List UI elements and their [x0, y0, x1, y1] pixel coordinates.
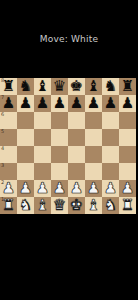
square-f2[interactable]: ♟ — [85, 180, 102, 197]
piece-black-pawn: ♟ — [19, 95, 32, 112]
square-d7[interactable]: ♟ — [51, 95, 68, 112]
square-g7[interactable]: ♟ — [102, 95, 119, 112]
square-h3[interactable] — [119, 163, 136, 180]
square-g6[interactable] — [102, 112, 119, 129]
piece-black-bishop: ♝ — [87, 78, 100, 95]
square-c1[interactable]: ♝ — [34, 197, 51, 214]
square-c2[interactable]: ♟ — [34, 180, 51, 197]
square-e4[interactable] — [68, 146, 85, 163]
square-f8[interactable]: ♝ — [85, 78, 102, 95]
square-b4[interactable] — [17, 146, 34, 163]
piece-black-king: ♚ — [70, 78, 83, 95]
piece-white-king: ♚ — [70, 197, 83, 214]
square-a1[interactable]: 1♜ — [0, 197, 17, 214]
square-d1[interactable]: ♛ — [51, 197, 68, 214]
piece-black-queen: ♛ — [53, 78, 66, 95]
square-a4[interactable]: 4 — [0, 146, 17, 163]
square-d5[interactable] — [51, 129, 68, 146]
square-a3[interactable]: 3 — [0, 163, 17, 180]
piece-black-pawn: ♟ — [53, 95, 66, 112]
piece-black-rook: ♜ — [2, 78, 15, 95]
square-a2[interactable]: 2♟ — [0, 180, 17, 197]
piece-white-pawn: ♟ — [104, 180, 117, 197]
square-d3[interactable] — [51, 163, 68, 180]
piece-black-pawn: ♟ — [70, 95, 83, 112]
square-e2[interactable]: ♟ — [68, 180, 85, 197]
square-e8[interactable]: ♚ — [68, 78, 85, 95]
piece-white-rook: ♜ — [121, 197, 134, 214]
square-d6[interactable] — [51, 112, 68, 129]
piece-white-bishop: ♝ — [36, 197, 49, 214]
square-c7[interactable]: ♟ — [34, 95, 51, 112]
square-a5[interactable]: 5 — [0, 129, 17, 146]
piece-black-pawn: ♟ — [87, 95, 100, 112]
piece-white-pawn: ♟ — [70, 180, 83, 197]
square-d8[interactable]: ♛ — [51, 78, 68, 95]
chess-app-window: Move: White 8♜♞♝♛♚♝♞♜7♟♟♟♟♟♟♟♟65432♟♟♟♟♟… — [0, 0, 138, 300]
piece-black-pawn: ♟ — [104, 95, 117, 112]
square-c6[interactable] — [34, 112, 51, 129]
square-b6[interactable] — [17, 112, 34, 129]
piece-white-pawn: ♟ — [87, 180, 100, 197]
rank-label-3: 3 — [1, 163, 4, 168]
piece-white-pawn: ♟ — [19, 180, 32, 197]
piece-white-pawn: ♟ — [121, 180, 134, 197]
piece-black-knight: ♞ — [104, 78, 117, 95]
piece-white-rook: ♜ — [2, 197, 15, 214]
square-f5[interactable] — [85, 129, 102, 146]
piece-black-knight: ♞ — [19, 78, 32, 95]
square-c8[interactable]: ♝ — [34, 78, 51, 95]
square-a8[interactable]: 8♜ — [0, 78, 17, 95]
square-h2[interactable]: ♟ — [119, 180, 136, 197]
square-f6[interactable] — [85, 112, 102, 129]
piece-white-knight: ♞ — [104, 197, 117, 214]
piece-white-knight: ♞ — [19, 197, 32, 214]
piece-white-pawn: ♟ — [2, 180, 15, 197]
square-g2[interactable]: ♟ — [102, 180, 119, 197]
square-e1[interactable]: ♚ — [68, 197, 85, 214]
square-f3[interactable] — [85, 163, 102, 180]
square-e6[interactable] — [68, 112, 85, 129]
status-bar: Move: White — [0, 0, 138, 78]
piece-white-pawn: ♟ — [36, 180, 49, 197]
rank-label-6: 6 — [1, 112, 4, 117]
rank-label-5: 5 — [1, 129, 4, 134]
piece-black-pawn: ♟ — [2, 95, 15, 112]
piece-white-bishop: ♝ — [87, 197, 100, 214]
piece-black-pawn: ♟ — [121, 95, 134, 112]
square-g8[interactable]: ♞ — [102, 78, 119, 95]
piece-black-rook: ♜ — [121, 78, 134, 95]
square-c4[interactable] — [34, 146, 51, 163]
square-b5[interactable] — [17, 129, 34, 146]
square-a6[interactable]: 6 — [0, 112, 17, 129]
square-h4[interactable] — [119, 146, 136, 163]
square-e5[interactable] — [68, 129, 85, 146]
chess-board: 8♜♞♝♛♚♝♞♜7♟♟♟♟♟♟♟♟65432♟♟♟♟♟♟♟♟1♜♞♝♛♚♝♞♜ — [0, 78, 136, 214]
square-g5[interactable] — [102, 129, 119, 146]
piece-black-pawn: ♟ — [36, 95, 49, 112]
square-h6[interactable] — [119, 112, 136, 129]
piece-white-pawn: ♟ — [53, 180, 66, 197]
square-h1[interactable]: ♜ — [119, 197, 136, 214]
square-f1[interactable]: ♝ — [85, 197, 102, 214]
square-h7[interactable]: ♟ — [119, 95, 136, 112]
square-b3[interactable] — [17, 163, 34, 180]
square-h5[interactable] — [119, 129, 136, 146]
square-h8[interactable]: ♜ — [119, 78, 136, 95]
square-g3[interactable] — [102, 163, 119, 180]
piece-black-bishop: ♝ — [36, 78, 49, 95]
square-a7[interactable]: 7♟ — [0, 95, 17, 112]
square-e3[interactable] — [68, 163, 85, 180]
square-f7[interactable]: ♟ — [85, 95, 102, 112]
square-d2[interactable]: ♟ — [51, 180, 68, 197]
square-c3[interactable] — [34, 163, 51, 180]
square-g1[interactable]: ♞ — [102, 197, 119, 214]
square-c5[interactable] — [34, 129, 51, 146]
move-indicator-text: Move: White — [40, 34, 98, 44]
square-b1[interactable]: ♞ — [17, 197, 34, 214]
square-b7[interactable]: ♟ — [17, 95, 34, 112]
rank-label-4: 4 — [1, 146, 4, 151]
square-e7[interactable]: ♟ — [68, 95, 85, 112]
square-b2[interactable]: ♟ — [17, 180, 34, 197]
square-d4[interactable] — [51, 146, 68, 163]
square-f4[interactable] — [85, 146, 102, 163]
piece-white-queen: ♛ — [53, 197, 66, 214]
square-g4[interactable] — [102, 146, 119, 163]
square-b8[interactable]: ♞ — [17, 78, 34, 95]
